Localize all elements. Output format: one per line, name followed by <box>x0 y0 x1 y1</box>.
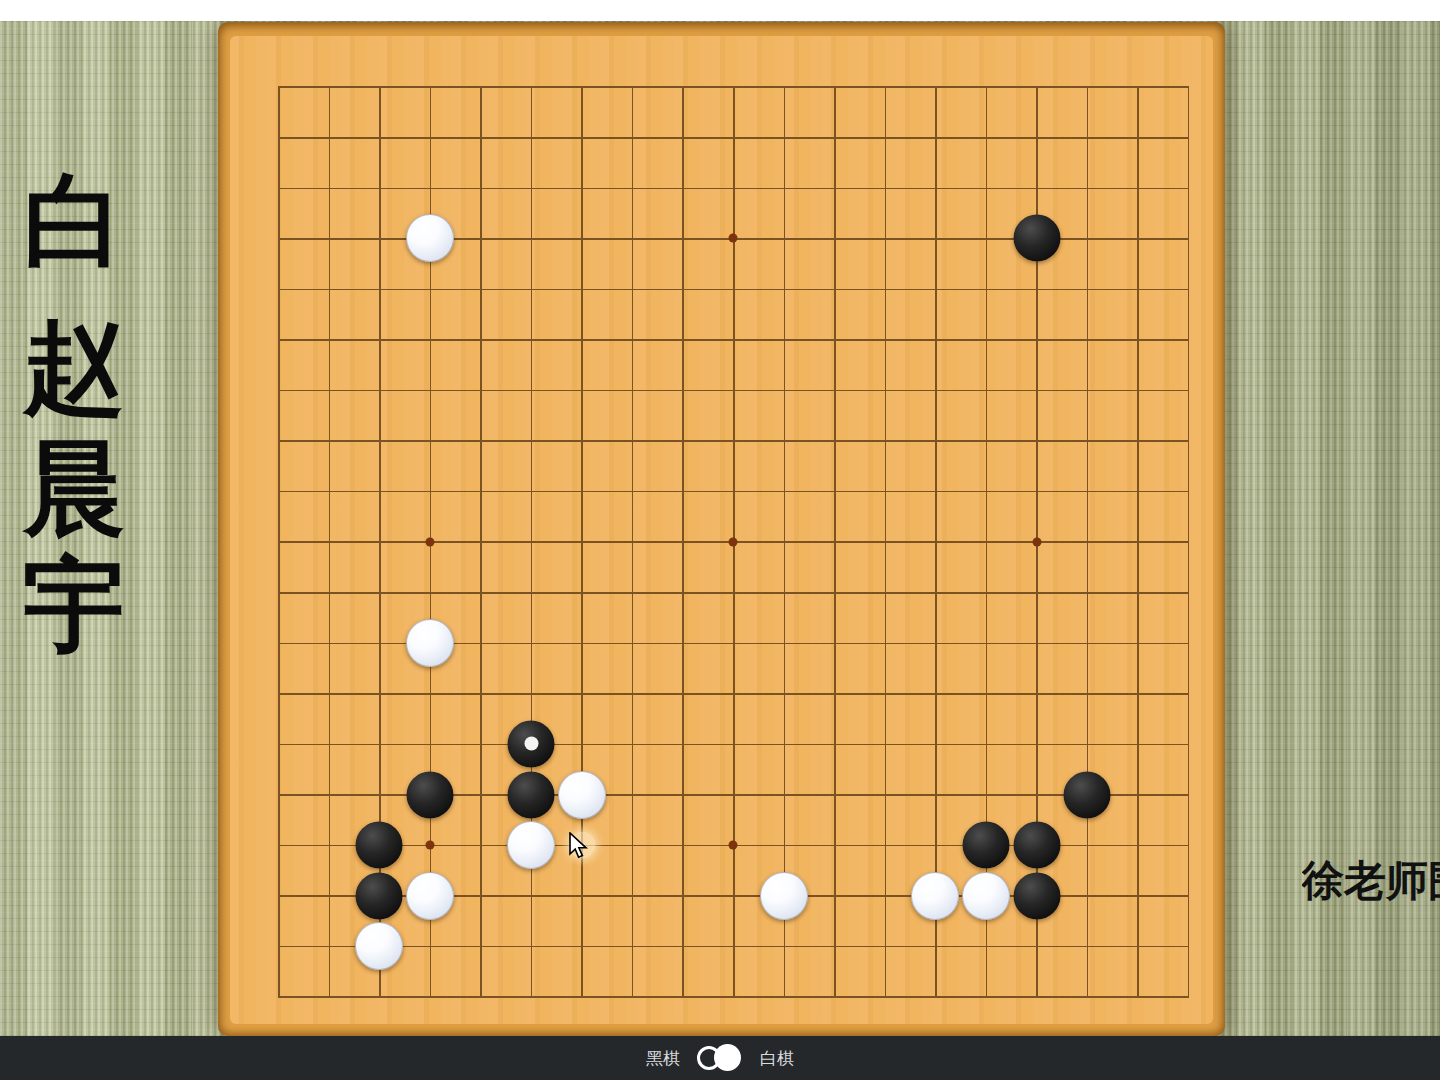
top-white-band <box>0 0 1440 21</box>
player-name-char-2: 晨 <box>23 434 125 544</box>
white-stone <box>406 619 454 667</box>
toggle-knob-icon <box>714 1044 741 1071</box>
last-move-marker <box>524 737 538 751</box>
black-stone <box>1064 771 1111 818</box>
go-board-grid[interactable] <box>278 86 1190 998</box>
white-stone <box>558 771 606 819</box>
mouse-cursor-icon <box>569 832 595 862</box>
star-point <box>425 537 434 546</box>
white-stone <box>962 872 1010 920</box>
board-face <box>230 36 1213 1024</box>
white-stone <box>760 872 808 920</box>
black-stone <box>508 720 555 767</box>
white-turn-label: 白棋 <box>760 1047 794 1070</box>
go-board <box>218 22 1225 1036</box>
black-turn-label: 黑棋 <box>646 1047 680 1070</box>
star-point <box>729 537 738 546</box>
black-stone <box>1013 215 1060 262</box>
player-name-char-1: 赵 <box>23 313 125 423</box>
white-stone <box>355 922 403 970</box>
black-stone <box>1013 872 1060 919</box>
black-stone <box>1013 822 1060 869</box>
black-stone <box>508 771 555 818</box>
white-stone <box>406 214 454 262</box>
black-stone <box>963 822 1010 869</box>
left-player-banner: 白 赵 晨 宇 <box>14 166 134 660</box>
star-point <box>729 234 738 243</box>
star-point <box>425 841 434 850</box>
turn-selector-bar: 黑棋 白棋 <box>0 1036 1440 1080</box>
white-stone <box>911 872 959 920</box>
white-stone <box>507 821 555 869</box>
black-stone <box>406 771 453 818</box>
black-stone <box>356 872 403 919</box>
white-stone <box>406 872 454 920</box>
player-name-char-3: 宇 <box>23 550 125 660</box>
star-point <box>1032 537 1041 546</box>
turn-toggle[interactable] <box>696 1044 744 1072</box>
right-watermark-text: 徐老师围 <box>1302 858 1440 908</box>
star-point <box>729 841 738 850</box>
black-stone <box>356 822 403 869</box>
white-side-label: 白 <box>23 166 125 276</box>
